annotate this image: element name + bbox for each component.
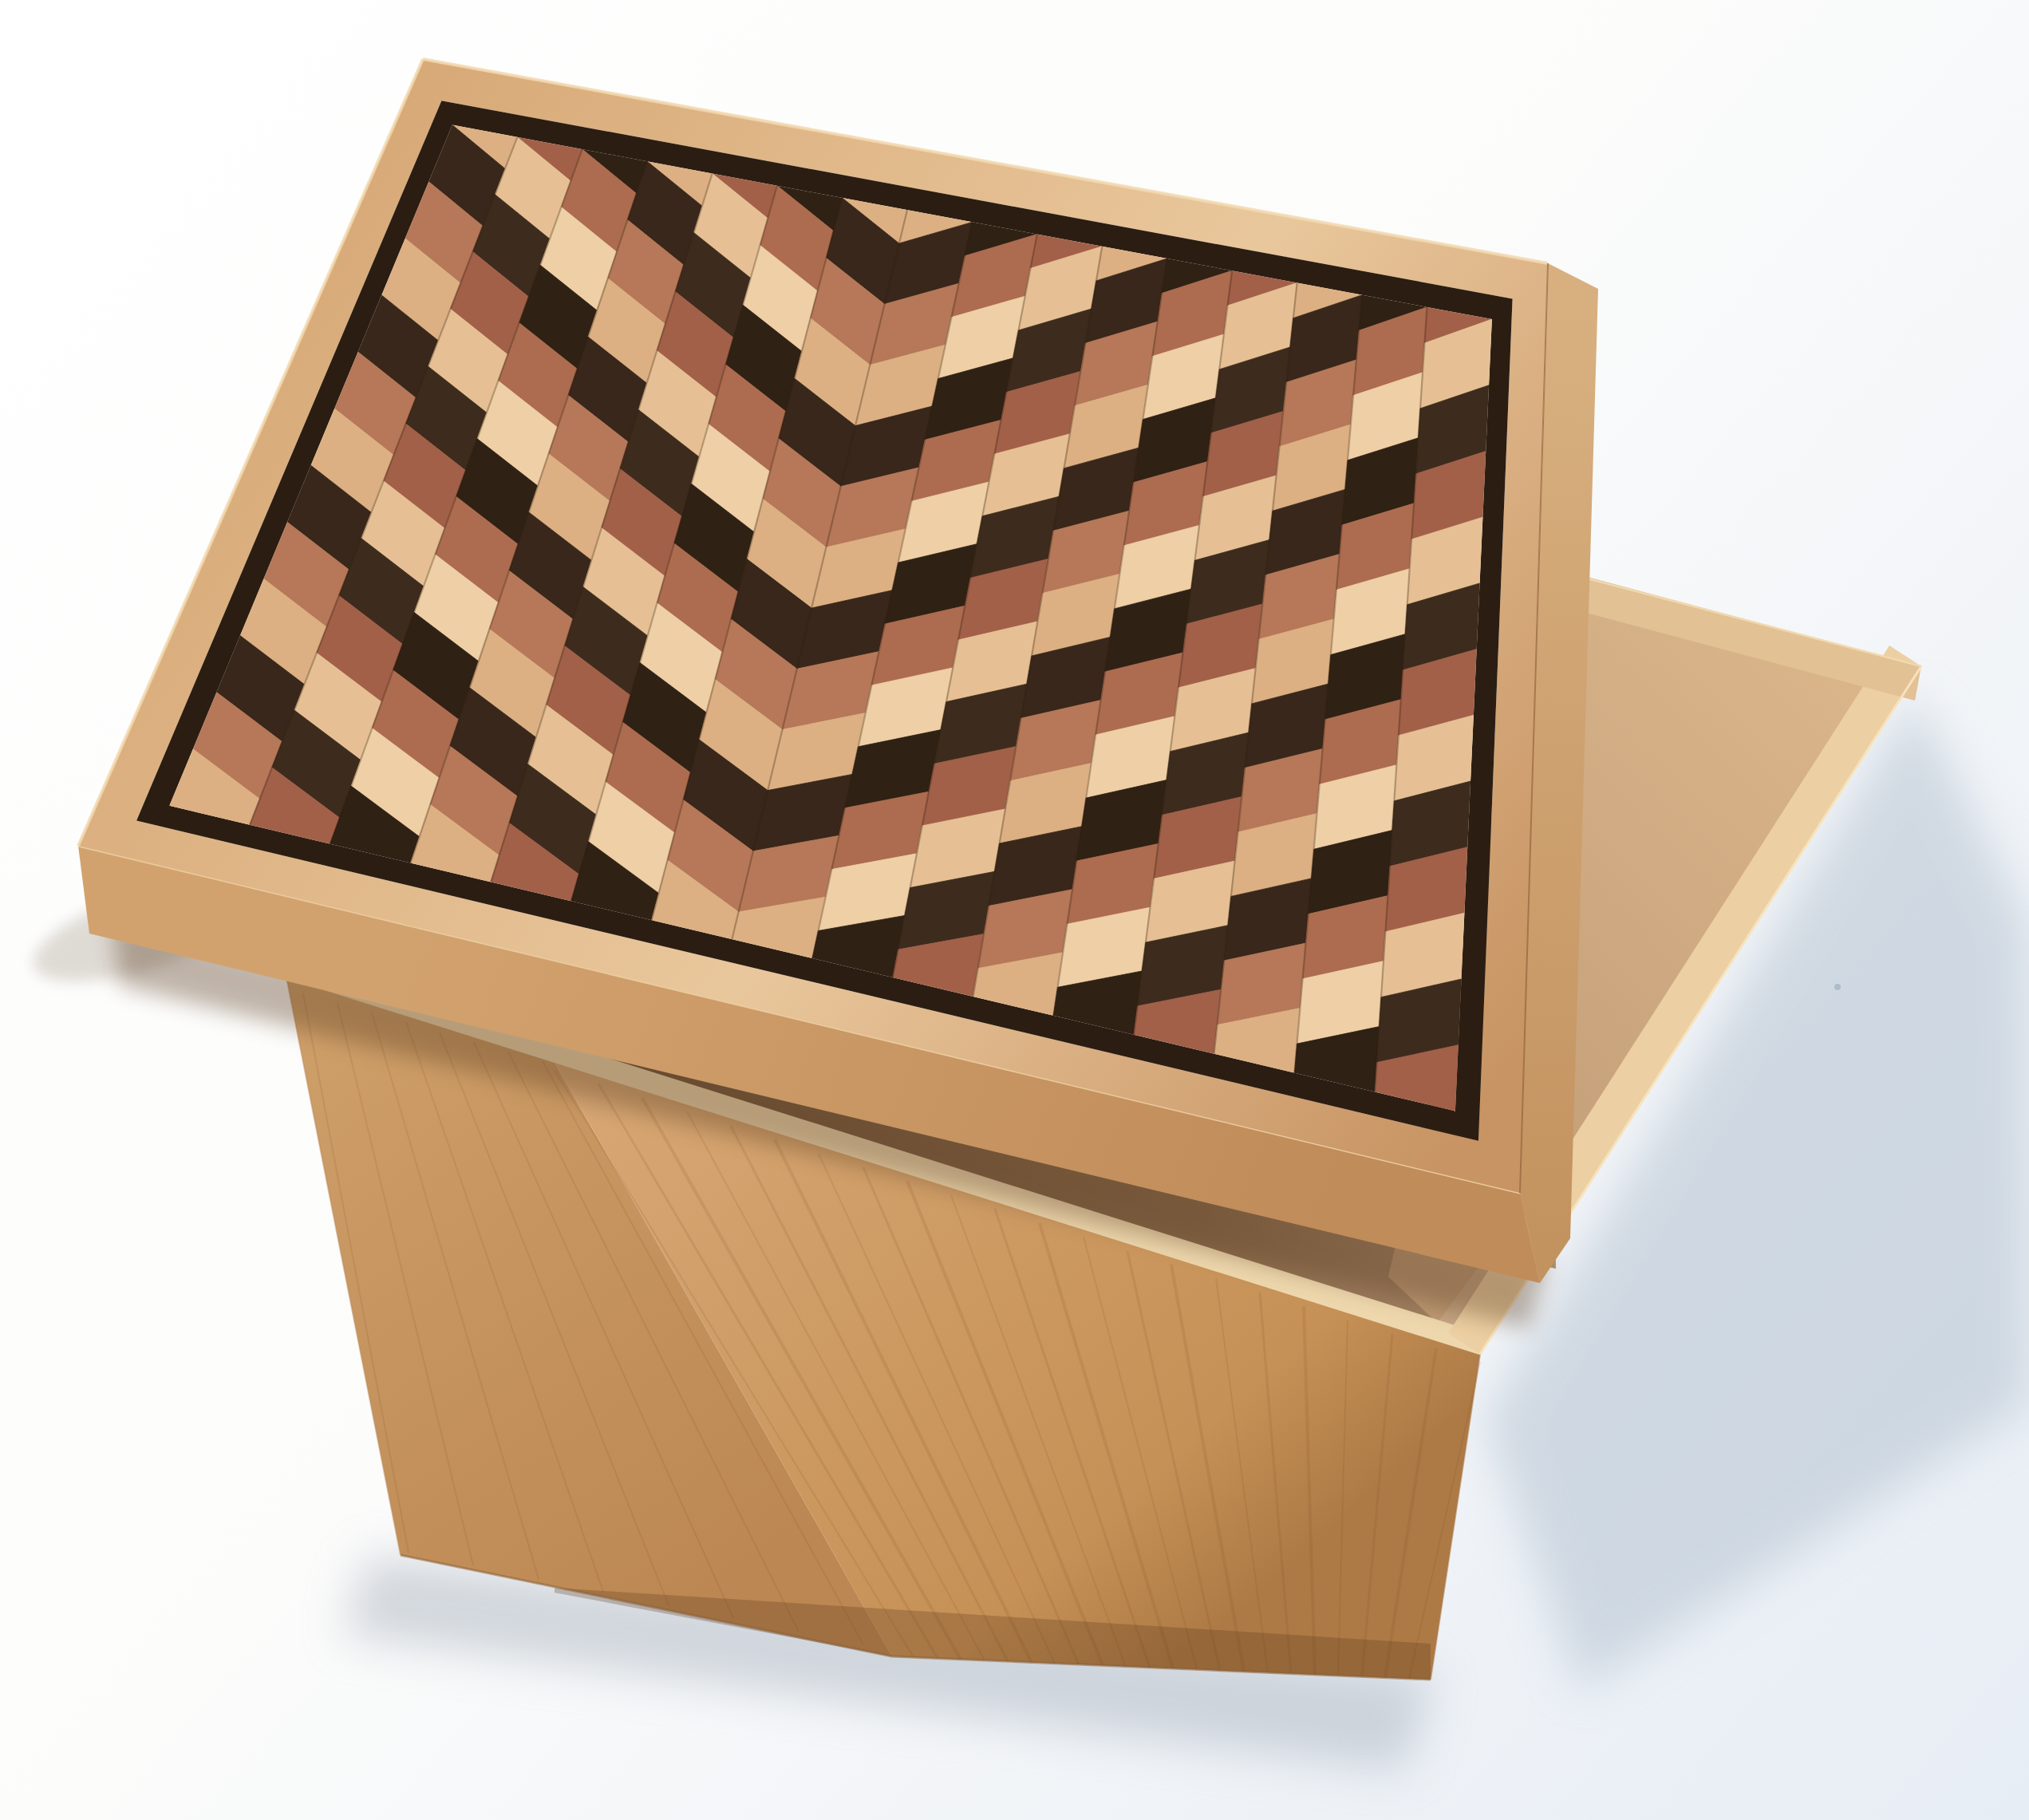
- scene-canvas: [0, 0, 2029, 1820]
- photo-wooden-marquetry-box: Open light-maple wooden trinket box, lid…: [0, 0, 2029, 1820]
- dust-speck: [1834, 984, 1841, 990]
